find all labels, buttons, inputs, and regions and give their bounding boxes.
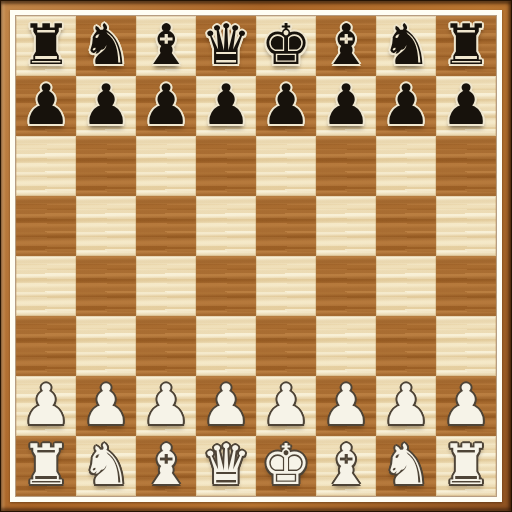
square-d7[interactable]: ♟ [196,76,256,136]
square-f8[interactable]: ♝ [316,16,376,76]
square-d2[interactable]: ♟ [196,376,256,436]
square-a8[interactable]: ♜ [16,16,76,76]
white-rook[interactable]: ♜ [21,437,71,493]
black-rook[interactable]: ♜ [21,17,71,73]
black-rook[interactable]: ♜ [441,17,491,73]
square-d8[interactable]: ♛ [196,16,256,76]
white-pawn[interactable]: ♟ [441,377,491,433]
square-c1[interactable]: ♝ [136,436,196,496]
square-c4[interactable] [136,256,196,316]
square-b7[interactable]: ♟ [76,76,136,136]
white-pawn[interactable]: ♟ [201,377,251,433]
white-pawn[interactable]: ♟ [141,377,191,433]
white-knight[interactable]: ♞ [81,437,131,493]
square-f1[interactable]: ♝ [316,436,376,496]
black-pawn[interactable]: ♟ [141,77,191,133]
square-e6[interactable] [256,136,316,196]
square-b5[interactable] [76,196,136,256]
square-g2[interactable]: ♟ [376,376,436,436]
square-e5[interactable] [256,196,316,256]
white-bishop[interactable]: ♝ [321,437,371,493]
square-h4[interactable] [436,256,496,316]
white-bishop[interactable]: ♝ [141,437,191,493]
white-queen[interactable]: ♛ [201,437,251,493]
square-b6[interactable] [76,136,136,196]
square-b1[interactable]: ♞ [76,436,136,496]
square-b8[interactable]: ♞ [76,16,136,76]
square-g5[interactable] [376,196,436,256]
square-c2[interactable]: ♟ [136,376,196,436]
white-pawn[interactable]: ♟ [321,377,371,433]
square-a4[interactable] [16,256,76,316]
square-a5[interactable] [16,196,76,256]
square-b4[interactable] [76,256,136,316]
square-h3[interactable] [436,316,496,376]
black-bishop[interactable]: ♝ [321,17,371,73]
white-pawn[interactable]: ♟ [261,377,311,433]
square-d6[interactable] [196,136,256,196]
chess-board: ♜♞♝♛♚♝♞♜♟♟♟♟♟♟♟♟♟♟♟♟♟♟♟♟♜♞♝♛♚♝♞♜ [16,16,496,496]
square-h5[interactable] [436,196,496,256]
black-pawn[interactable]: ♟ [201,77,251,133]
black-knight[interactable]: ♞ [381,17,431,73]
square-g3[interactable] [376,316,436,376]
white-knight[interactable]: ♞ [381,437,431,493]
square-g7[interactable]: ♟ [376,76,436,136]
square-a3[interactable] [16,316,76,376]
square-e4[interactable] [256,256,316,316]
square-b2[interactable]: ♟ [76,376,136,436]
square-f6[interactable] [316,136,376,196]
square-h2[interactable]: ♟ [436,376,496,436]
black-knight[interactable]: ♞ [81,17,131,73]
square-a7[interactable]: ♟ [16,76,76,136]
square-c6[interactable] [136,136,196,196]
square-c3[interactable] [136,316,196,376]
square-e7[interactable]: ♟ [256,76,316,136]
square-g6[interactable] [376,136,436,196]
chess-app-window: ♜♞♝♛♚♝♞♜♟♟♟♟♟♟♟♟♟♟♟♟♟♟♟♟♜♞♝♛♚♝♞♜ [0,0,512,512]
white-king[interactable]: ♚ [261,437,311,493]
black-queen[interactable]: ♛ [201,17,251,73]
square-h6[interactable] [436,136,496,196]
square-f3[interactable] [316,316,376,376]
white-pawn[interactable]: ♟ [381,377,431,433]
square-d4[interactable] [196,256,256,316]
black-pawn[interactable]: ♟ [81,77,131,133]
white-pawn[interactable]: ♟ [81,377,131,433]
square-a1[interactable]: ♜ [16,436,76,496]
square-d5[interactable] [196,196,256,256]
square-f4[interactable] [316,256,376,316]
black-pawn[interactable]: ♟ [21,77,71,133]
square-a2[interactable]: ♟ [16,376,76,436]
black-pawn[interactable]: ♟ [441,77,491,133]
square-e2[interactable]: ♟ [256,376,316,436]
square-h7[interactable]: ♟ [436,76,496,136]
black-pawn[interactable]: ♟ [321,77,371,133]
square-c7[interactable]: ♟ [136,76,196,136]
square-b3[interactable] [76,316,136,376]
square-c8[interactable]: ♝ [136,16,196,76]
square-g4[interactable] [376,256,436,316]
square-g1[interactable]: ♞ [376,436,436,496]
square-f7[interactable]: ♟ [316,76,376,136]
square-a6[interactable] [16,136,76,196]
black-pawn[interactable]: ♟ [381,77,431,133]
square-e1[interactable]: ♚ [256,436,316,496]
black-king[interactable]: ♚ [261,17,311,73]
square-e8[interactable]: ♚ [256,16,316,76]
square-h8[interactable]: ♜ [436,16,496,76]
square-f2[interactable]: ♟ [316,376,376,436]
square-h1[interactable]: ♜ [436,436,496,496]
square-e3[interactable] [256,316,316,376]
white-rook[interactable]: ♜ [441,437,491,493]
square-f5[interactable] [316,196,376,256]
white-pawn[interactable]: ♟ [21,377,71,433]
square-c5[interactable] [136,196,196,256]
square-g8[interactable]: ♞ [376,16,436,76]
square-d3[interactable] [196,316,256,376]
black-pawn[interactable]: ♟ [261,77,311,133]
square-d1[interactable]: ♛ [196,436,256,496]
black-bishop[interactable]: ♝ [141,17,191,73]
